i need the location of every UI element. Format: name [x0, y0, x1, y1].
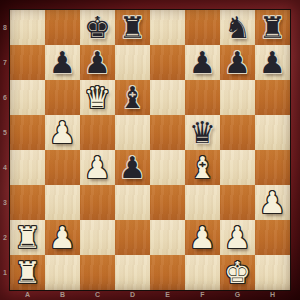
white-pawn: ♟: [49, 115, 76, 150]
square-c8: ♚: [80, 10, 115, 45]
black-pawn: ♟: [259, 45, 286, 80]
square-h2: [255, 220, 290, 255]
square-f1: [185, 255, 220, 290]
square-f6: [185, 80, 220, 115]
square-c2: [80, 220, 115, 255]
black-bishop: ♝: [119, 80, 146, 115]
square-d8: ♜: [115, 10, 150, 45]
square-d5: [115, 115, 150, 150]
square-e4: [150, 150, 185, 185]
white-pawn: ♟: [189, 220, 216, 255]
square-a3: [10, 185, 45, 220]
square-e6: [150, 80, 185, 115]
white-rook: ♜: [14, 255, 41, 290]
black-rook: ♜: [259, 10, 286, 45]
square-a2: ♜: [10, 220, 45, 255]
rank-label-4: 4: [0, 150, 10, 185]
square-e7: [150, 45, 185, 80]
square-e3: [150, 185, 185, 220]
square-g8: ♞: [220, 10, 255, 45]
rank-label-2: 2: [0, 220, 10, 255]
rank-label-6: 6: [0, 80, 10, 115]
square-h3: ♟: [255, 185, 290, 220]
white-bishop: ♝: [189, 150, 216, 185]
square-g7: ♟: [220, 45, 255, 80]
white-pawn: ♟: [84, 150, 111, 185]
black-rook: ♜: [119, 10, 146, 45]
square-b4: [45, 150, 80, 185]
square-e1: [150, 255, 185, 290]
rank-label-7: 7: [0, 45, 10, 80]
file-label-a: A: [10, 290, 45, 300]
square-d4: ♟: [115, 150, 150, 185]
square-f5: ♛: [185, 115, 220, 150]
white-rook: ♜: [14, 220, 41, 255]
square-h4: [255, 150, 290, 185]
file-label-f: F: [185, 290, 220, 300]
black-pawn: ♟: [189, 45, 216, 80]
square-b1: [45, 255, 80, 290]
file-label-e: E: [150, 290, 185, 300]
file-label-h: H: [255, 290, 290, 300]
chess-diagram: ♚♜♞♜♟♟♟♟♟♛♝♟♛♟♟♝♟♜♟♟♟♜♚ 87654321 ABCDEFG…: [0, 0, 300, 300]
square-b8: [45, 10, 80, 45]
square-a6: [10, 80, 45, 115]
square-b3: [45, 185, 80, 220]
square-h5: [255, 115, 290, 150]
square-g3: [220, 185, 255, 220]
square-b6: [45, 80, 80, 115]
black-king: ♚: [84, 10, 111, 45]
white-king: ♚: [224, 255, 251, 290]
square-e5: [150, 115, 185, 150]
square-c6: ♛: [80, 80, 115, 115]
square-c3: [80, 185, 115, 220]
white-pawn: ♟: [49, 220, 76, 255]
file-label-b: B: [45, 290, 80, 300]
square-f2: ♟: [185, 220, 220, 255]
square-h6: [255, 80, 290, 115]
square-b5: ♟: [45, 115, 80, 150]
square-b2: ♟: [45, 220, 80, 255]
square-h1: [255, 255, 290, 290]
black-pawn: ♟: [84, 45, 111, 80]
square-h8: ♜: [255, 10, 290, 45]
square-g2: ♟: [220, 220, 255, 255]
square-d3: [115, 185, 150, 220]
square-d1: [115, 255, 150, 290]
black-knight: ♞: [224, 10, 251, 45]
rank-label-3: 3: [0, 185, 10, 220]
black-pawn: ♟: [119, 150, 146, 185]
square-a8: [10, 10, 45, 45]
square-a5: [10, 115, 45, 150]
square-c7: ♟: [80, 45, 115, 80]
file-label-g: G: [220, 290, 255, 300]
white-queen: ♛: [84, 80, 111, 115]
black-pawn: ♟: [49, 45, 76, 80]
rank-label-5: 5: [0, 115, 10, 150]
white-pawn: ♟: [259, 185, 286, 220]
square-a7: [10, 45, 45, 80]
file-label-c: C: [80, 290, 115, 300]
square-e2: [150, 220, 185, 255]
square-a4: [10, 150, 45, 185]
square-e8: [150, 10, 185, 45]
square-d2: [115, 220, 150, 255]
square-f3: [185, 185, 220, 220]
square-f7: ♟: [185, 45, 220, 80]
square-a1: ♜: [10, 255, 45, 290]
file-label-d: D: [115, 290, 150, 300]
rank-label-8: 8: [0, 10, 10, 45]
square-d7: [115, 45, 150, 80]
black-queen: ♛: [189, 115, 216, 150]
rank-label-1: 1: [0, 255, 10, 290]
square-g4: [220, 150, 255, 185]
square-d6: ♝: [115, 80, 150, 115]
chess-board: ♚♜♞♜♟♟♟♟♟♛♝♟♛♟♟♝♟♜♟♟♟♜♚: [10, 10, 290, 290]
square-g1: ♚: [220, 255, 255, 290]
square-g5: [220, 115, 255, 150]
square-f4: ♝: [185, 150, 220, 185]
square-h7: ♟: [255, 45, 290, 80]
square-b7: ♟: [45, 45, 80, 80]
black-pawn: ♟: [224, 45, 251, 80]
square-g6: [220, 80, 255, 115]
square-c5: [80, 115, 115, 150]
square-c4: ♟: [80, 150, 115, 185]
square-c1: [80, 255, 115, 290]
white-pawn: ♟: [224, 220, 251, 255]
square-f8: [185, 10, 220, 45]
